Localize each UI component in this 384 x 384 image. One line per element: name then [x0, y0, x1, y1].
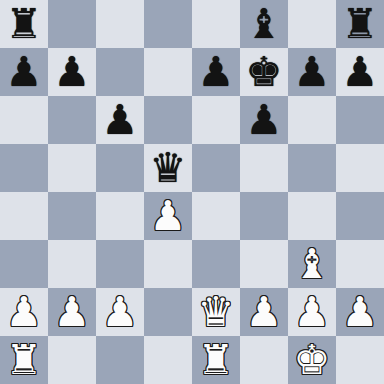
square-d2[interactable]: [144, 288, 192, 336]
square-g5[interactable]: [288, 144, 336, 192]
square-a4[interactable]: [0, 192, 48, 240]
square-b2[interactable]: ♟: [48, 288, 96, 336]
square-c4[interactable]: [96, 192, 144, 240]
white-pawn[interactable]: ♟: [294, 288, 331, 336]
white-rook[interactable]: ♜: [198, 336, 235, 384]
square-e8[interactable]: [192, 0, 240, 48]
square-e3[interactable]: [192, 240, 240, 288]
square-h6[interactable]: [336, 96, 384, 144]
square-g2[interactable]: ♟: [288, 288, 336, 336]
square-e7[interactable]: ♟: [192, 48, 240, 96]
square-a8[interactable]: ♜: [0, 0, 48, 48]
black-pawn[interactable]: ♟: [294, 48, 331, 96]
square-f5[interactable]: [240, 144, 288, 192]
square-d7[interactable]: [144, 48, 192, 96]
square-g1[interactable]: ♚: [288, 336, 336, 384]
black-pawn[interactable]: ♟: [342, 48, 379, 96]
square-e5[interactable]: [192, 144, 240, 192]
square-f4[interactable]: [240, 192, 288, 240]
square-g3[interactable]: ♝: [288, 240, 336, 288]
square-c2[interactable]: ♟: [96, 288, 144, 336]
black-king[interactable]: ♚: [246, 48, 283, 96]
white-rook[interactable]: ♜: [6, 336, 43, 384]
square-e2[interactable]: ♛: [192, 288, 240, 336]
square-h8[interactable]: ♜: [336, 0, 384, 48]
square-a3[interactable]: [0, 240, 48, 288]
black-pawn[interactable]: ♟: [54, 48, 91, 96]
square-b5[interactable]: [48, 144, 96, 192]
square-c8[interactable]: [96, 0, 144, 48]
square-f2[interactable]: ♟: [240, 288, 288, 336]
square-e4[interactable]: [192, 192, 240, 240]
square-b1[interactable]: [48, 336, 96, 384]
white-king[interactable]: ♚: [294, 336, 331, 384]
square-c6[interactable]: ♟: [96, 96, 144, 144]
square-e1[interactable]: ♜: [192, 336, 240, 384]
white-bishop[interactable]: ♝: [294, 240, 331, 288]
square-d8[interactable]: [144, 0, 192, 48]
square-b4[interactable]: [48, 192, 96, 240]
square-a7[interactable]: ♟: [0, 48, 48, 96]
square-d1[interactable]: [144, 336, 192, 384]
square-g4[interactable]: [288, 192, 336, 240]
black-bishop[interactable]: ♝: [246, 0, 283, 48]
square-a5[interactable]: [0, 144, 48, 192]
square-h1[interactable]: [336, 336, 384, 384]
square-h2[interactable]: ♟: [336, 288, 384, 336]
square-c5[interactable]: [96, 144, 144, 192]
white-pawn[interactable]: ♟: [54, 288, 91, 336]
square-d5[interactable]: ♛: [144, 144, 192, 192]
black-queen[interactable]: ♛: [150, 144, 187, 192]
square-h3[interactable]: [336, 240, 384, 288]
square-c1[interactable]: [96, 336, 144, 384]
square-g7[interactable]: ♟: [288, 48, 336, 96]
square-a1[interactable]: ♜: [0, 336, 48, 384]
square-f7[interactable]: ♚: [240, 48, 288, 96]
square-d4[interactable]: ♟: [144, 192, 192, 240]
white-pawn[interactable]: ♟: [6, 288, 43, 336]
square-b6[interactable]: [48, 96, 96, 144]
white-pawn[interactable]: ♟: [342, 288, 379, 336]
black-pawn[interactable]: ♟: [102, 96, 139, 144]
square-g8[interactable]: [288, 0, 336, 48]
square-a6[interactable]: [0, 96, 48, 144]
square-c7[interactable]: [96, 48, 144, 96]
square-g6[interactable]: [288, 96, 336, 144]
square-e6[interactable]: [192, 96, 240, 144]
square-b8[interactable]: [48, 0, 96, 48]
square-h7[interactable]: ♟: [336, 48, 384, 96]
chess-board: ♜♝♜♟♟♟♚♟♟♟♟♛♟♝♟♟♟♛♟♟♟♜♜♚: [0, 0, 384, 384]
black-rook[interactable]: ♜: [342, 0, 379, 48]
square-h5[interactable]: [336, 144, 384, 192]
black-rook[interactable]: ♜: [6, 0, 43, 48]
white-queen[interactable]: ♛: [198, 288, 235, 336]
black-pawn[interactable]: ♟: [6, 48, 43, 96]
white-pawn[interactable]: ♟: [102, 288, 139, 336]
square-f1[interactable]: [240, 336, 288, 384]
white-pawn[interactable]: ♟: [150, 192, 187, 240]
square-b7[interactable]: ♟: [48, 48, 96, 96]
black-pawn[interactable]: ♟: [198, 48, 235, 96]
square-f8[interactable]: ♝: [240, 0, 288, 48]
black-pawn[interactable]: ♟: [246, 96, 283, 144]
square-f3[interactable]: [240, 240, 288, 288]
square-f6[interactable]: ♟: [240, 96, 288, 144]
square-b3[interactable]: [48, 240, 96, 288]
square-h4[interactable]: [336, 192, 384, 240]
square-c3[interactable]: [96, 240, 144, 288]
square-d6[interactable]: [144, 96, 192, 144]
square-a2[interactable]: ♟: [0, 288, 48, 336]
white-pawn[interactable]: ♟: [246, 288, 283, 336]
square-d3[interactable]: [144, 240, 192, 288]
